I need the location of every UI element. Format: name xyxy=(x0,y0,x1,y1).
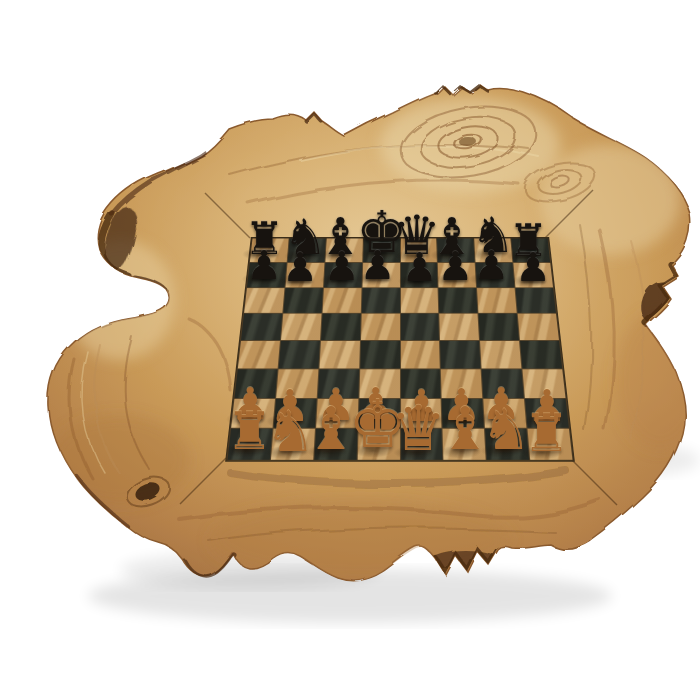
square-c1 xyxy=(314,429,357,460)
square-e3 xyxy=(401,369,441,397)
square-g8 xyxy=(474,238,512,261)
square-h3 xyxy=(523,369,566,397)
square-b3 xyxy=(276,369,318,397)
square-d4 xyxy=(360,341,400,368)
square-c8 xyxy=(325,238,362,261)
square-h7 xyxy=(513,263,552,287)
square-b6 xyxy=(283,288,323,313)
square-e6 xyxy=(400,288,438,313)
square-f2 xyxy=(442,398,484,428)
square-a1 xyxy=(228,429,273,460)
square-f6 xyxy=(439,288,478,313)
square-a8 xyxy=(250,238,289,261)
square-h4 xyxy=(520,341,562,368)
square-h8 xyxy=(511,238,550,261)
square-a2 xyxy=(231,398,275,428)
square-e8 xyxy=(400,238,437,261)
square-c7 xyxy=(324,263,362,287)
square-b5 xyxy=(281,314,321,340)
square-d6 xyxy=(361,288,399,313)
square-c6 xyxy=(322,288,361,313)
square-a7 xyxy=(247,263,286,287)
square-d2 xyxy=(358,398,399,428)
square-f3 xyxy=(441,369,482,397)
square-c2 xyxy=(316,398,358,428)
square-f8 xyxy=(437,238,474,261)
square-h6 xyxy=(516,288,556,313)
square-d3 xyxy=(359,369,399,397)
square-c5 xyxy=(321,314,361,340)
product-photo-canvas: ♜♞♝♚♛♝♞♜♟♟♟♟♟♟♟♟♟♟♟♟♟♟♟♟♜♞♝♚♛♝♞♜ xyxy=(0,0,700,700)
square-c4 xyxy=(319,341,359,368)
square-a4 xyxy=(238,341,280,368)
square-e7 xyxy=(400,263,437,287)
square-g5 xyxy=(479,314,519,340)
square-a3 xyxy=(235,369,278,397)
square-d5 xyxy=(361,314,400,340)
chess-board xyxy=(225,237,575,462)
square-f1 xyxy=(443,429,486,460)
square-f4 xyxy=(440,341,480,368)
square-g1 xyxy=(485,429,529,460)
square-e5 xyxy=(400,314,439,340)
square-f7 xyxy=(438,263,476,287)
square-b1 xyxy=(271,429,315,460)
square-h5 xyxy=(518,314,559,340)
square-g7 xyxy=(476,263,515,287)
square-e2 xyxy=(401,398,442,428)
square-b4 xyxy=(279,341,320,368)
square-d1 xyxy=(357,429,399,460)
square-e1 xyxy=(401,429,443,460)
square-d8 xyxy=(363,238,400,261)
square-e4 xyxy=(401,341,441,368)
square-g3 xyxy=(482,369,524,397)
square-b2 xyxy=(273,398,316,428)
square-c3 xyxy=(318,369,359,397)
square-h2 xyxy=(525,398,569,428)
square-g2 xyxy=(484,398,527,428)
square-g6 xyxy=(477,288,517,313)
square-a5 xyxy=(241,314,282,340)
square-g4 xyxy=(480,341,521,368)
square-d7 xyxy=(362,263,399,287)
square-h1 xyxy=(528,429,573,460)
square-b7 xyxy=(285,263,324,287)
square-b8 xyxy=(288,238,326,261)
square-a6 xyxy=(244,288,284,313)
square-f5 xyxy=(440,314,480,340)
